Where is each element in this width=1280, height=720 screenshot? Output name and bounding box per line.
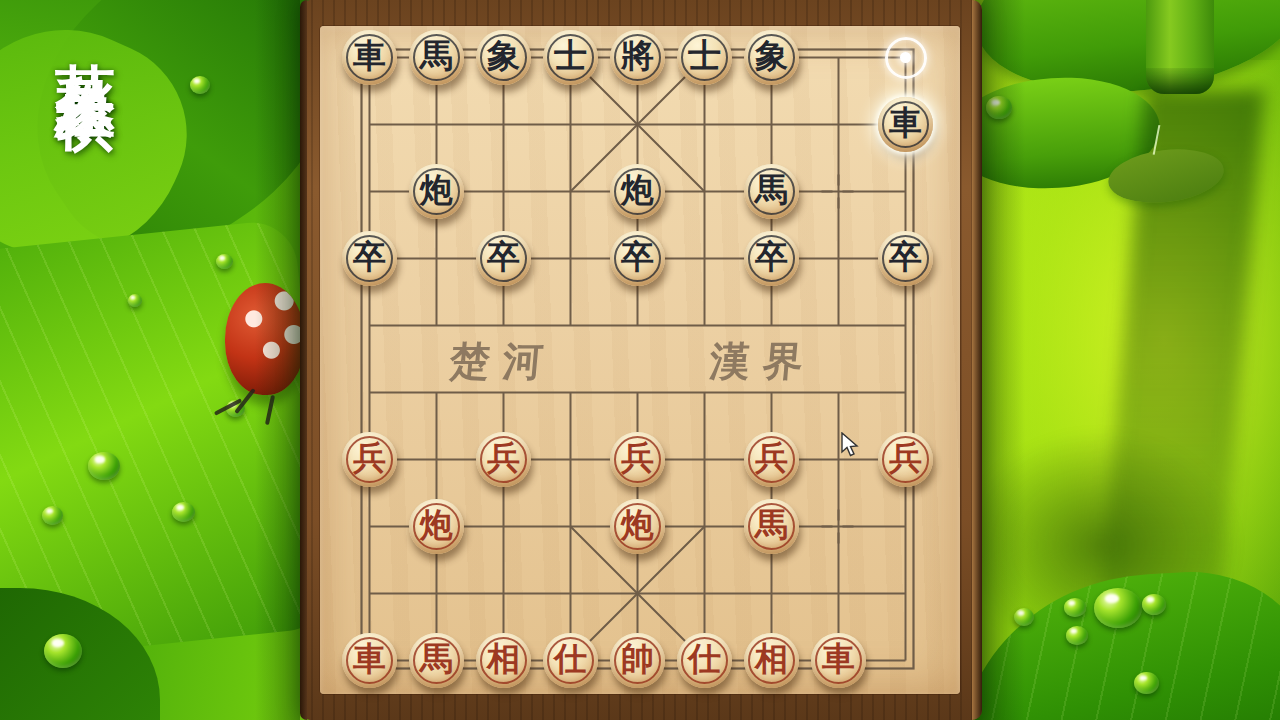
board-frame-edge <box>972 0 982 720</box>
piece-glyph: 炮 <box>420 503 453 548</box>
piece-red-soldier[interactable]: 兵 <box>610 432 665 487</box>
board-shadow <box>975 0 1025 720</box>
piece-red-chariot[interactable]: 車 <box>811 633 866 688</box>
piece-red-soldier[interactable]: 兵 <box>878 432 933 487</box>
piece-glyph: 馬 <box>420 637 453 682</box>
piece-red-soldier[interactable]: 兵 <box>342 432 397 487</box>
piece-glyph: 象 <box>487 34 520 79</box>
piece-black-horse[interactable]: 馬 <box>409 30 464 85</box>
piece-black-elephant[interactable]: 象 <box>476 30 531 85</box>
piece-glyph: 象 <box>755 34 788 79</box>
piece-red-elephant[interactable]: 相 <box>476 633 531 688</box>
piece-glyph: 仕 <box>554 637 587 682</box>
piece-glyph: 卒 <box>621 235 654 280</box>
piece-red-horse[interactable]: 馬 <box>409 633 464 688</box>
piece-glyph: 車 <box>353 637 386 682</box>
water-drop <box>88 452 120 480</box>
piece-glyph: 車 <box>889 101 922 146</box>
piece-glyph: 士 <box>554 34 587 79</box>
piece-black-advisor[interactable]: 士 <box>677 30 732 85</box>
piece-glyph: 將 <box>621 34 654 79</box>
piece-glyph: 炮 <box>420 168 453 213</box>
piece-black-cannon[interactable]: 炮 <box>409 164 464 219</box>
piece-red-general[interactable]: 帥 <box>610 633 665 688</box>
water-drop <box>128 294 142 307</box>
piece-glyph: 卒 <box>487 235 520 280</box>
piece-glyph: 兵 <box>889 436 922 481</box>
piece-red-soldier[interactable]: 兵 <box>476 432 531 487</box>
piece-glyph: 兵 <box>755 436 788 481</box>
water-drop <box>1066 626 1088 645</box>
piece-glyph: 仕 <box>688 637 721 682</box>
piece-red-soldier[interactable]: 兵 <box>744 432 799 487</box>
piece-red-cannon[interactable]: 炮 <box>409 499 464 554</box>
plant-stalk-decoration <box>1146 0 1214 94</box>
piece-glyph: 炮 <box>621 503 654 548</box>
piece-black-general[interactable]: 將 <box>610 30 665 85</box>
piece-black-cannon[interactable]: 炮 <box>610 164 665 219</box>
piece-glyph: 馬 <box>420 34 453 79</box>
piece-glyph: 兵 <box>353 436 386 481</box>
piece-black-horse[interactable]: 馬 <box>744 164 799 219</box>
water-drop <box>190 76 210 94</box>
water-drop <box>42 506 63 525</box>
board-shadow <box>255 0 300 720</box>
piece-red-advisor[interactable]: 仕 <box>677 633 732 688</box>
piece-glyph: 卒 <box>755 235 788 280</box>
piece-glyph: 帥 <box>621 637 654 682</box>
water-drop <box>172 502 195 522</box>
piece-black-soldier[interactable]: 卒 <box>878 231 933 286</box>
piece-red-cannon[interactable]: 炮 <box>610 499 665 554</box>
piece-glyph: 卒 <box>353 235 386 280</box>
mouse-cursor <box>840 432 864 458</box>
app-title: 莫愁象棋 <box>50 14 122 54</box>
water-drop <box>1064 598 1086 617</box>
piece-black-soldier[interactable]: 卒 <box>476 231 531 286</box>
board-frame-edge <box>300 0 307 720</box>
piece-glyph: 馬 <box>755 503 788 548</box>
piece-glyph: 相 <box>487 637 520 682</box>
water-drop <box>1142 594 1166 615</box>
piece-black-soldier[interactable]: 卒 <box>342 231 397 286</box>
water-drop <box>44 634 82 668</box>
piece-black-chariot[interactable]: 車 <box>342 30 397 85</box>
piece-glyph: 兵 <box>487 436 520 481</box>
piece-glyph: 卒 <box>889 235 922 280</box>
piece-glyph: 車 <box>822 637 855 682</box>
piece-red-chariot[interactable]: 車 <box>342 633 397 688</box>
piece-glyph: 馬 <box>755 168 788 213</box>
piece-black-soldier[interactable]: 卒 <box>744 231 799 286</box>
piece-glyph: 炮 <box>621 168 654 213</box>
piece-glyph: 相 <box>755 637 788 682</box>
last-move-origin-marker <box>885 37 927 79</box>
piece-red-advisor[interactable]: 仕 <box>543 633 598 688</box>
game-screen: 莫愁象棋 楚河 漢界 車馬象士將士象車炮炮馬卒卒卒卒卒兵兵兵兵兵炮炮馬車馬相仕帥… <box>0 0 1280 720</box>
piece-glyph: 車 <box>353 34 386 79</box>
water-drop <box>216 254 233 269</box>
piece-black-soldier[interactable]: 卒 <box>610 231 665 286</box>
piece-red-horse[interactable]: 馬 <box>744 499 799 554</box>
piece-glyph: 士 <box>688 34 721 79</box>
piece-glyph: 兵 <box>621 436 654 481</box>
piece-black-elephant[interactable]: 象 <box>744 30 799 85</box>
piece-black-advisor[interactable]: 士 <box>543 30 598 85</box>
piece-grid: 車馬象士將士象車炮炮馬卒卒卒卒卒兵兵兵兵兵炮炮馬車馬相仕帥仕相車 <box>336 24 939 694</box>
board-face[interactable]: 楚河 漢界 車馬象士將士象車炮炮馬卒卒卒卒卒兵兵兵兵兵炮炮馬車馬相仕帥仕相車 <box>320 26 960 694</box>
board-grid-area: 楚河 漢界 車馬象士將士象車炮炮馬卒卒卒卒卒兵兵兵兵兵炮炮馬車馬相仕帥仕相車 <box>336 24 939 694</box>
piece-black-chariot[interactable]: 車 <box>878 97 933 152</box>
piece-red-elephant[interactable]: 相 <box>744 633 799 688</box>
water-drop <box>1094 588 1142 628</box>
xiangqi-board: 楚河 漢界 車馬象士將士象車炮炮馬卒卒卒卒卒兵兵兵兵兵炮炮馬車馬相仕帥仕相車 <box>300 0 982 720</box>
water-drop <box>1134 672 1159 694</box>
